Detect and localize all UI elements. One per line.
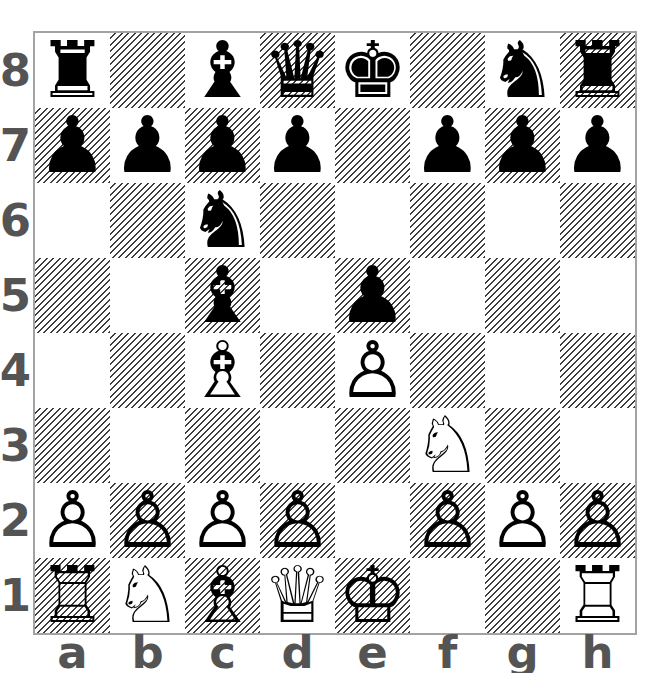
square-f6[interactable]: [410, 183, 485, 258]
piece-black-pawn[interactable]: ♟: [113, 108, 183, 183]
piece-white-pawn[interactable]: ♙: [38, 483, 108, 558]
piece-white-pawn[interactable]: ♙: [188, 483, 258, 558]
piece-black-bishop[interactable]: ♝: [188, 258, 258, 333]
square-f4[interactable]: [410, 333, 485, 408]
chess-board: ♜♝♛♚♞♜♟♟♟♟♟♟♟♞♝♟♗♙♘♙♙♙♙♙♙♙♖♘♗♕♔♖: [33, 31, 637, 635]
rank-label-7: 7: [0, 108, 31, 183]
chess-diagram: ♜♝♛♚♞♜♟♟♟♟♟♟♟♞♝♟♗♙♘♙♙♙♙♙♙♙♖♘♗♕♔♖ 8765432…: [0, 0, 669, 673]
file-label-a: a: [35, 632, 110, 673]
square-d8[interactable]: ♛: [260, 33, 335, 108]
square-e8[interactable]: ♚: [335, 33, 410, 108]
piece-white-knight[interactable]: ♘: [413, 408, 483, 483]
piece-black-pawn[interactable]: ♟: [413, 108, 483, 183]
square-d2[interactable]: ♙: [260, 483, 335, 558]
square-c4[interactable]: ♗: [185, 333, 260, 408]
piece-white-rook[interactable]: ♖: [563, 558, 633, 633]
square-h7[interactable]: ♟: [560, 108, 635, 183]
square-b6[interactable]: [110, 183, 185, 258]
square-a8[interactable]: ♜: [35, 33, 110, 108]
square-h4[interactable]: [560, 333, 635, 408]
square-e1[interactable]: ♔: [335, 558, 410, 633]
piece-black-queen[interactable]: ♛: [263, 33, 333, 108]
square-f2[interactable]: ♙: [410, 483, 485, 558]
rank-label-3: 3: [0, 408, 31, 483]
square-e5[interactable]: ♟: [335, 258, 410, 333]
piece-black-pawn[interactable]: ♟: [488, 108, 558, 183]
square-b2[interactable]: ♙: [110, 483, 185, 558]
square-e3[interactable]: [335, 408, 410, 483]
square-b8[interactable]: [110, 33, 185, 108]
piece-black-rook[interactable]: ♜: [563, 33, 633, 108]
square-c2[interactable]: ♙: [185, 483, 260, 558]
square-b5[interactable]: [110, 258, 185, 333]
piece-white-bishop[interactable]: ♗: [188, 558, 258, 633]
square-h1[interactable]: ♖: [560, 558, 635, 633]
piece-white-pawn[interactable]: ♙: [563, 483, 633, 558]
piece-black-pawn[interactable]: ♟: [338, 258, 408, 333]
square-c1[interactable]: ♗: [185, 558, 260, 633]
piece-white-rook[interactable]: ♖: [38, 558, 108, 633]
square-d7[interactable]: ♟: [260, 108, 335, 183]
square-e6[interactable]: [335, 183, 410, 258]
square-h8[interactable]: ♜: [560, 33, 635, 108]
piece-white-pawn[interactable]: ♙: [263, 483, 333, 558]
square-c7[interactable]: ♟: [185, 108, 260, 183]
square-h3[interactable]: [560, 408, 635, 483]
piece-black-knight[interactable]: ♞: [488, 33, 558, 108]
square-h6[interactable]: [560, 183, 635, 258]
piece-black-king[interactable]: ♚: [338, 33, 408, 108]
file-label-h: h: [560, 632, 635, 673]
piece-white-pawn[interactable]: ♙: [338, 333, 408, 408]
square-g1[interactable]: [485, 558, 560, 633]
piece-black-pawn[interactable]: ♟: [188, 108, 258, 183]
square-b3[interactable]: [110, 408, 185, 483]
piece-black-rook[interactable]: ♜: [38, 33, 108, 108]
piece-white-pawn[interactable]: ♙: [113, 483, 183, 558]
piece-white-queen[interactable]: ♕: [263, 558, 333, 633]
piece-black-pawn[interactable]: ♟: [563, 108, 633, 183]
square-d3[interactable]: [260, 408, 335, 483]
square-g2[interactable]: ♙: [485, 483, 560, 558]
square-c8[interactable]: ♝: [185, 33, 260, 108]
square-a5[interactable]: [35, 258, 110, 333]
square-a2[interactable]: ♙: [35, 483, 110, 558]
rank-label-2: 2: [0, 483, 31, 558]
rank-label-6: 6: [0, 183, 31, 258]
square-b7[interactable]: ♟: [110, 108, 185, 183]
square-f3[interactable]: ♘: [410, 408, 485, 483]
piece-white-pawn[interactable]: ♙: [488, 483, 558, 558]
piece-black-pawn[interactable]: ♟: [263, 108, 333, 183]
square-h5[interactable]: [560, 258, 635, 333]
square-f7[interactable]: ♟: [410, 108, 485, 183]
square-a6[interactable]: [35, 183, 110, 258]
file-label-e: e: [335, 632, 410, 673]
square-d4[interactable]: [260, 333, 335, 408]
square-c5[interactable]: ♝: [185, 258, 260, 333]
square-a3[interactable]: [35, 408, 110, 483]
square-a1[interactable]: ♖: [35, 558, 110, 633]
square-d1[interactable]: ♕: [260, 558, 335, 633]
square-g6[interactable]: [485, 183, 560, 258]
square-b4[interactable]: [110, 333, 185, 408]
square-h2[interactable]: ♙: [560, 483, 635, 558]
file-label-d: d: [260, 632, 335, 673]
file-label-g: g: [485, 632, 560, 673]
square-f8[interactable]: [410, 33, 485, 108]
piece-black-knight[interactable]: ♞: [188, 183, 258, 258]
square-d6[interactable]: [260, 183, 335, 258]
piece-black-pawn[interactable]: ♟: [38, 108, 108, 183]
piece-white-pawn[interactable]: ♙: [413, 483, 483, 558]
piece-white-knight[interactable]: ♘: [113, 558, 183, 633]
piece-black-bishop[interactable]: ♝: [188, 33, 258, 108]
square-c6[interactable]: ♞: [185, 183, 260, 258]
square-g8[interactable]: ♞: [485, 33, 560, 108]
square-b1[interactable]: ♘: [110, 558, 185, 633]
file-label-b: b: [110, 632, 185, 673]
square-e7[interactable]: [335, 108, 410, 183]
square-e2[interactable]: [335, 483, 410, 558]
file-label-f: f: [410, 632, 485, 673]
square-e4[interactable]: ♙: [335, 333, 410, 408]
square-d5[interactable]: [260, 258, 335, 333]
square-c3[interactable]: [185, 408, 260, 483]
square-g5[interactable]: [485, 258, 560, 333]
square-a7[interactable]: ♟: [35, 108, 110, 183]
rank-label-8: 8: [0, 33, 31, 108]
rank-label-1: 1: [0, 558, 31, 633]
square-g4[interactable]: [485, 333, 560, 408]
piece-white-king[interactable]: ♔: [338, 558, 408, 633]
square-f5[interactable]: [410, 258, 485, 333]
rank-label-5: 5: [0, 258, 31, 333]
file-label-c: c: [185, 632, 260, 673]
rank-label-4: 4: [0, 333, 31, 408]
square-g7[interactable]: ♟: [485, 108, 560, 183]
piece-white-bishop[interactable]: ♗: [188, 333, 258, 408]
square-a4[interactable]: [35, 333, 110, 408]
square-g3[interactable]: [485, 408, 560, 483]
square-f1[interactable]: [410, 558, 485, 633]
